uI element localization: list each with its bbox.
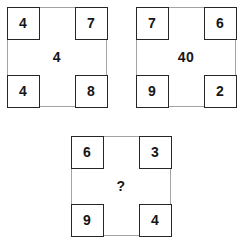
puzzle-diagram: 4 7 4 8 4 7 6 9 2 40 6 3: [0, 0, 243, 243]
center-value: 4: [8, 8, 106, 106]
puzzle-square-bottom: 6 3 9 4 ?: [71, 136, 171, 236]
center-value-unknown: ?: [72, 137, 170, 235]
center-value: 40: [137, 8, 235, 106]
puzzle-square-top-left: 4 7 4 8 4: [7, 7, 107, 107]
puzzle-square-top-right: 7 6 9 2 40: [136, 7, 236, 107]
